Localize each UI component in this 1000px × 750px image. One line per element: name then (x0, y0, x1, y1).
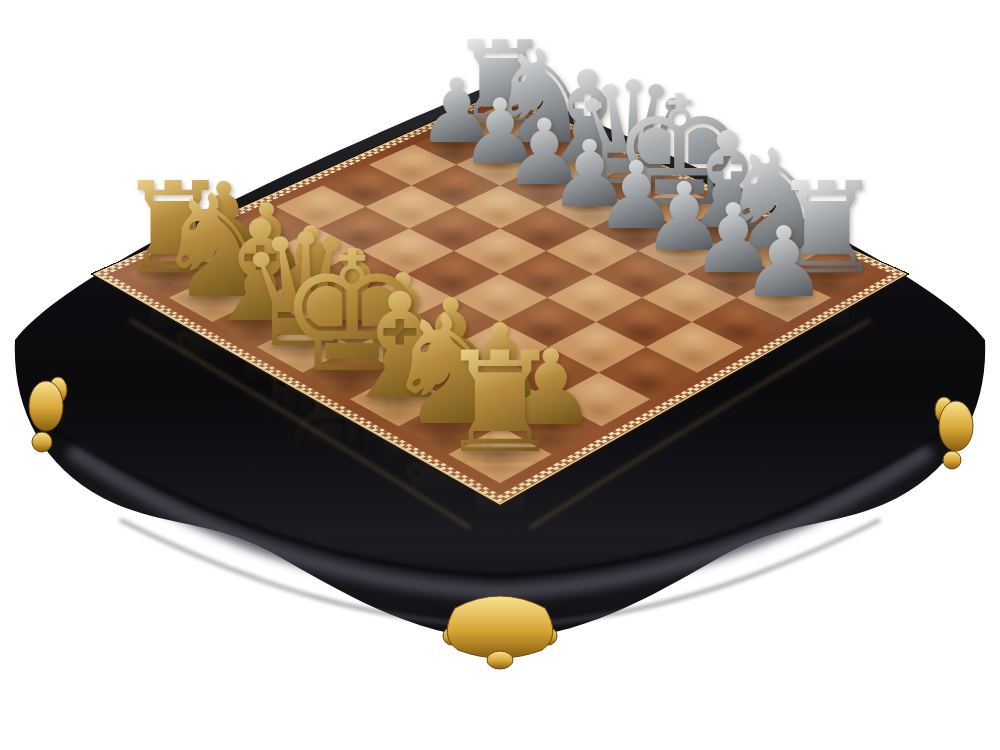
pieces-layer: ♜♜♞♞♝♝♛♛♚♚♝♝♞♞♜♜♟♟♟♟♟♟♟♟♟♟♟♟♟♟♟♟♟♟♟♟♟♟♟♟… (0, 0, 1000, 750)
piece-white-rook[interactable]: ♜ (438, 335, 563, 474)
piece-black-pawn[interactable]: ♟ (740, 214, 827, 311)
product-photo-scene: ♜♜♞♞♝♝♛♛♚♚♝♝♞♞♜♜♟♟♟♟♟♟♟♟♟♟♟♟♟♟♟♟♟♟♟♟♟♟♟♟… (0, 0, 1000, 750)
